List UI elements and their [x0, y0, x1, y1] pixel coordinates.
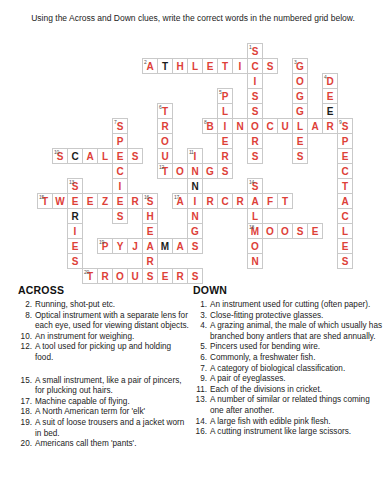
grid-cell-r8c7[interactable]: S	[127, 148, 143, 164]
cell-number: 11	[189, 149, 194, 155]
cell-letter: F	[263, 194, 277, 208]
grid-cell-r14c10[interactable]: A	[172, 238, 188, 254]
cell-number: 9	[339, 119, 341, 125]
cell-letter: R	[98, 269, 112, 283]
grid-cell-r2c16[interactable]: S	[262, 58, 278, 74]
grid-cell-r9c10[interactable]: O	[172, 163, 188, 179]
down-clue-9: 9.A pair of eyeglasses.	[193, 374, 383, 385]
cell-letter: A	[248, 194, 262, 208]
clue-text: Americans call them 'pants'.	[35, 439, 190, 450]
grid-cell-r2c18[interactable]: 3G	[292, 58, 308, 74]
cell-letter: S	[263, 59, 277, 73]
clue-text: Commonly, a freshwater fish.	[210, 353, 383, 364]
grid-cell-r2c10[interactable]: H	[172, 58, 188, 74]
grid-cell-r10c3[interactable]: 13S	[67, 178, 83, 194]
grid-cell-r16c11[interactable]: S	[187, 268, 203, 284]
grid-cell-r12c21[interactable]: C	[337, 208, 353, 224]
grid-cell-r6c20[interactable]: R	[322, 118, 338, 134]
down-clue-list: 1.An instrument used for cutting (often …	[193, 300, 383, 438]
cell-letter: E	[203, 59, 217, 73]
cell-letter: N	[188, 164, 202, 178]
grid-cell-r16c8[interactable]: S	[142, 268, 158, 284]
grid-cell-r11c10[interactable]: 17A	[172, 193, 188, 209]
cell-letter: C	[113, 164, 127, 178]
cell-letter: T	[338, 179, 352, 193]
cell-letter: E	[83, 194, 97, 208]
cell-letter: I	[188, 194, 202, 208]
cell-letter: S	[68, 254, 82, 268]
grid-cell-r9c11[interactable]: N	[187, 163, 203, 179]
cell-letter: R	[158, 119, 172, 133]
grid-cell-r6c16[interactable]: C	[262, 118, 278, 134]
grid-cell-r4c13[interactable]: 5P	[217, 88, 233, 104]
clue-number: 19.	[18, 418, 35, 439]
clue-number: 9.	[193, 374, 210, 385]
cell-letter: E	[323, 89, 337, 103]
grid-cell-r14c15[interactable]: O	[247, 238, 263, 254]
cell-letter: G	[203, 164, 217, 178]
clue-number: 2.	[18, 300, 35, 311]
grid-cell-r11c8[interactable]: 16S	[142, 193, 158, 209]
clue-text: A suit of loose trousers and a jacket wo…	[35, 418, 190, 439]
cell-number: 19	[99, 239, 104, 245]
grid-cell-r12c6[interactable]: S	[112, 208, 128, 224]
cell-letter: E	[323, 104, 337, 118]
cell-letter: I	[233, 59, 247, 73]
cell-letter: C	[338, 209, 352, 223]
cell-letter: E	[338, 239, 352, 253]
clue-number: 3.	[193, 311, 210, 322]
cell-letter: E	[113, 149, 127, 163]
clue-text: Each of the divisions in cricket.	[210, 385, 383, 396]
grid-cell-r7c15[interactable]: R	[247, 133, 263, 149]
cell-letter: O	[278, 224, 292, 238]
down-clue-11: 11.Each of the divisions in cricket.	[193, 385, 383, 396]
clue-number: 6.	[193, 353, 210, 364]
down-clue-1: 1.An instrument used for cutting (often …	[193, 300, 383, 311]
cell-letter: Y	[113, 239, 127, 253]
grid-cell-r2c11[interactable]: L	[187, 58, 203, 74]
grid-cell-r11c15[interactable]: A	[247, 193, 263, 209]
grid-cell-r11c12[interactable]: R	[202, 193, 218, 209]
across-clue-17: 17.Machine capable of flying.	[18, 397, 190, 408]
grid-cell-r16c9[interactable]: E	[157, 268, 173, 284]
grid-cell-r12c3[interactable]: R	[67, 208, 83, 224]
grid-cell-r11c2[interactable]: W	[52, 193, 68, 209]
down-clue-3: 3.Close-fitting protective glasses.	[193, 311, 383, 322]
grid-cell-r3c15[interactable]: I	[247, 73, 263, 89]
grid-cell-r3c20[interactable]: 4D	[322, 73, 338, 89]
grid-cell-r2c15[interactable]: C	[247, 58, 263, 74]
clue-text: A number of similar or related things co…	[210, 395, 383, 416]
grid-cell-r9c13[interactable]: S	[217, 163, 233, 179]
grid-cell-r15c3[interactable]: S	[67, 253, 83, 269]
cell-letter: N	[188, 179, 202, 193]
grid-cell-r14c5[interactable]: 19P	[97, 238, 113, 254]
clue-number: 20.	[18, 439, 35, 450]
grid-cell-r14c8[interactable]: A	[142, 238, 158, 254]
cell-letter: S	[248, 149, 262, 163]
across-header: ACROSS	[18, 284, 190, 296]
grid-cell-r7c13[interactable]: E	[217, 133, 233, 149]
across-clue-20: 20.Americans call them 'pants'.	[18, 439, 190, 450]
grid-cell-r11c16[interactable]: F	[262, 193, 278, 209]
cell-letter: O	[113, 269, 127, 283]
down-clue-7: 7.A category of biological classificatio…	[193, 364, 383, 375]
clue-number: 4.	[193, 321, 210, 342]
cell-letter: E	[338, 149, 352, 163]
cell-letter: M	[158, 239, 172, 253]
across-clue-18: 18.A North American term for 'elk'	[18, 407, 190, 418]
grid-cell-r6c14[interactable]: N	[232, 118, 248, 134]
grid-cell-r5c18[interactable]: G	[292, 103, 308, 119]
cell-number: 10	[54, 149, 59, 155]
cell-letter: L	[248, 209, 262, 223]
grid-cell-r9c9[interactable]: 12T	[157, 163, 173, 179]
grid-cell-r16c7[interactable]: U	[127, 268, 143, 284]
cell-letter: E	[143, 224, 157, 238]
cell-letter: O	[263, 224, 277, 238]
grid-cell-r9c21[interactable]: C	[337, 163, 353, 179]
cell-letter: E	[158, 269, 172, 283]
grid-cell-r11c7[interactable]: R	[127, 193, 143, 209]
cell-letter: R	[203, 194, 217, 208]
cell-letter: T	[278, 194, 292, 208]
down-clue-14: 14.A large fish with edible pink flesh.	[193, 417, 383, 428]
grid-cell-r10c21[interactable]: T	[337, 178, 353, 194]
cell-letter: L	[293, 119, 307, 133]
across-clue-19: 19.A suit of loose trousers and a jacket…	[18, 418, 190, 439]
grid-cell-r13c17[interactable]: O	[277, 223, 293, 239]
cell-letter: G	[188, 224, 202, 238]
cell-letter: P	[338, 134, 352, 148]
cell-letter: E	[218, 134, 232, 148]
cell-letter: Z	[98, 194, 112, 208]
cell-letter: A	[338, 194, 352, 208]
grid-cell-r8c18[interactable]: S	[292, 148, 308, 164]
grid-cell-r14c9[interactable]: M	[157, 238, 173, 254]
grid-cell-r6c6[interactable]: 7S	[112, 118, 128, 134]
grid-cell-r14c11[interactable]: S	[187, 238, 203, 254]
clue-number: 14.	[193, 417, 210, 428]
grid-cell-r5c15[interactable]: S	[247, 103, 263, 119]
clue-text: A cutting instrument like large scissors…	[210, 427, 383, 438]
grid-cell-r2c13[interactable]: T	[217, 58, 233, 74]
clue-text: A pair of eyeglasses.	[210, 374, 383, 385]
grid-cell-r14c6[interactable]: Y	[112, 238, 128, 254]
cell-letter: U	[128, 269, 142, 283]
grid-cell-r16c6[interactable]: O	[112, 268, 128, 284]
grid-cell-r11c17[interactable]: T	[277, 193, 293, 209]
instructions-title: Using the Across and Down clues, write t…	[0, 13, 386, 23]
down-clue-4: 4.A grazing animal, the male of which us…	[193, 321, 383, 342]
clue-text: A small instrument, like a pair of pince…	[35, 376, 190, 397]
grid-cell-r15c8[interactable]: R	[142, 253, 158, 269]
cell-number: 5	[219, 89, 221, 95]
grid-cell-r6c15[interactable]: O	[247, 118, 263, 134]
cell-letter: R	[68, 209, 82, 223]
grid-cell-r12c11[interactable]: N	[187, 208, 203, 224]
grid-cell-r3c18[interactable]: O	[292, 73, 308, 89]
cell-letter: C	[248, 59, 262, 73]
grid-cell-r5c9[interactable]: 6T	[157, 103, 173, 119]
cell-number: 6	[159, 104, 161, 110]
grid-cell-r16c10[interactable]: R	[172, 268, 188, 284]
cell-number: 13	[69, 179, 74, 185]
cell-letter: C	[263, 119, 277, 133]
cell-letter: O	[158, 134, 172, 148]
clue-number: 16.	[193, 427, 210, 438]
crossword-grid: 1S2ATHLETICS3GIO4D5PSGE6TLSGE7SR8BINOCUL…	[37, 43, 352, 283]
cell-letter: E	[293, 134, 307, 148]
cell-letter: O	[293, 74, 307, 88]
clue-text: A tool used for picking up and holding f…	[35, 342, 190, 363]
clue-number: 8.	[18, 311, 35, 332]
across-clue-2: 2.Running, shot-put etc.	[18, 300, 190, 311]
across-clue-8: 8.Optical instrument with a separate len…	[18, 311, 190, 332]
grid-cell-r6c9[interactable]: R	[157, 118, 173, 134]
cell-letter: N	[188, 209, 202, 223]
clue-number: 13.	[193, 395, 210, 416]
cell-letter: J	[128, 239, 142, 253]
grid-cell-r16c4[interactable]: 20T	[82, 268, 98, 284]
grid-cell-r1c15[interactable]: 1S	[247, 43, 263, 59]
grid-cell-r8c11[interactable]: 11I	[187, 148, 203, 164]
grid-cell-r8c13[interactable]: R	[217, 148, 233, 164]
cell-letter: A	[308, 119, 322, 133]
cell-letter: S	[293, 149, 307, 163]
cell-number: 16	[144, 194, 149, 200]
cell-number: 8	[204, 119, 206, 125]
grid-cell-r13c18[interactable]: S	[292, 223, 308, 239]
cell-number: 18	[249, 224, 254, 230]
grid-cell-r11c6[interactable]: E	[112, 193, 128, 209]
cell-letter: G	[293, 104, 307, 118]
cell-number: 7	[114, 119, 116, 125]
grid-cell-r11c3[interactable]: E	[67, 193, 83, 209]
grid-cell-r6c21[interactable]: 9S	[337, 118, 353, 134]
cell-letter: U	[158, 149, 172, 163]
down-clues-section: DOWN 1.An instrument used for cutting (o…	[193, 284, 383, 438]
cell-letter: S	[143, 269, 157, 283]
clue-text: A grazing animal, the male of which usua…	[210, 321, 383, 342]
cell-letter: E	[68, 239, 82, 253]
across-clue-list: 2.Running, shot-put etc.8.Optical instru…	[18, 300, 190, 450]
clue-number: 1.	[193, 300, 210, 311]
grid-cell-r9c6[interactable]: C	[112, 163, 128, 179]
cell-letter: N	[248, 254, 262, 268]
cell-letter: C	[68, 149, 82, 163]
grid-cell-r8c5[interactable]: L	[97, 148, 113, 164]
clue-number: 15.	[18, 376, 35, 397]
cell-letter: P	[113, 134, 127, 148]
grid-cell-r7c18[interactable]: E	[292, 133, 308, 149]
across-clues-section: ACROSS 2.Running, shot-put etc.8.Optical…	[18, 284, 190, 450]
cell-letter: E	[308, 224, 322, 238]
down-clue-16: 16.A cutting instrument like large sciss…	[193, 427, 383, 438]
grid-cell-r13c15[interactable]: 18M	[247, 223, 263, 239]
grid-cell-r4c18[interactable]: G	[292, 88, 308, 104]
grid-cell-r2c8[interactable]: 2A	[142, 58, 158, 74]
cell-letter: I	[248, 74, 262, 88]
cell-letter: L	[338, 224, 352, 238]
cell-letter: S	[248, 104, 262, 118]
grid-cell-r15c21[interactable]: S	[337, 253, 353, 269]
cell-letter: U	[278, 119, 292, 133]
cell-number: 14	[249, 179, 254, 185]
cell-letter: T	[158, 59, 172, 73]
grid-cell-r7c6[interactable]: P	[112, 133, 128, 149]
clue-text: An instrument used for cutting (often pa…	[210, 300, 383, 311]
clue-text: A category of biological classification.	[210, 364, 383, 375]
grid-cell-r2c9[interactable]: T	[157, 58, 173, 74]
grid-cell-r11c11[interactable]: I	[187, 193, 203, 209]
cell-number: 3	[294, 59, 296, 65]
clue-number: 18.	[18, 407, 35, 418]
clue-text: Machine capable of flying.	[35, 397, 190, 408]
cell-letter: W	[53, 194, 67, 208]
cell-letter: S	[293, 224, 307, 238]
cell-number: 20	[84, 269, 89, 275]
cell-letter: I	[218, 119, 232, 133]
down-clue-5: 5.Pincers used for bending wire.	[193, 342, 383, 353]
grid-cell-r16c5[interactable]: R	[97, 268, 113, 284]
grid-cell-r14c21[interactable]: E	[337, 238, 353, 254]
down-header: DOWN	[193, 284, 383, 296]
grid-cell-r6c17[interactable]: U	[277, 118, 293, 134]
grid-cell-r8c9[interactable]: U	[157, 148, 173, 164]
cell-letter: S	[188, 269, 202, 283]
clue-number: 12.	[18, 342, 35, 363]
cell-letter: R	[323, 119, 337, 133]
clue-text: Close-fitting protective glasses.	[210, 311, 383, 322]
grid-cell-r11c13[interactable]: C	[217, 193, 233, 209]
cell-letter: R	[233, 194, 247, 208]
cell-number: 15	[39, 194, 44, 200]
grid-cell-r8c4[interactable]: A	[82, 148, 98, 164]
clue-number: 10.	[18, 332, 35, 343]
cell-letter: R	[248, 134, 262, 148]
grid-cell-r11c21[interactable]: A	[337, 193, 353, 209]
grid-cell-r2c12[interactable]: E	[202, 58, 218, 74]
grid-cell-r13c19[interactable]: E	[307, 223, 323, 239]
cell-letter: S	[248, 89, 262, 103]
cell-letter: R	[128, 194, 142, 208]
grid-cell-r10c11[interactable]: N	[187, 178, 203, 194]
grid-cell-r14c3[interactable]: E	[67, 238, 83, 254]
grid-cell-r8c3[interactable]: C	[67, 148, 83, 164]
grid-cell-r13c3[interactable]: I	[67, 223, 83, 239]
grid-cell-r13c11[interactable]: G	[187, 223, 203, 239]
cell-letter: S	[218, 164, 232, 178]
grid-cell-r2c14[interactable]: I	[232, 58, 248, 74]
cell-number: 2	[144, 59, 146, 65]
grid-cell-r14c7[interactable]: J	[127, 238, 143, 254]
grid-cell-r12c15[interactable]: L	[247, 208, 263, 224]
grid-cell-r8c15[interactable]: S	[247, 148, 263, 164]
clue-number: 7.	[193, 364, 210, 375]
cell-letter: S	[113, 209, 127, 223]
cell-letter: S	[188, 239, 202, 253]
cell-letter: G	[293, 89, 307, 103]
grid-cell-r6c13[interactable]: I	[217, 118, 233, 134]
cell-letter: R	[173, 269, 187, 283]
cell-letter: L	[188, 59, 202, 73]
grid-cell-r6c12[interactable]: 8B	[202, 118, 218, 134]
cell-letter: A	[83, 149, 97, 163]
cell-letter: O	[173, 164, 187, 178]
grid-cell-r5c13[interactable]: L	[217, 103, 233, 119]
cell-number: 12	[159, 164, 164, 170]
grid-cell-r4c20[interactable]: E	[322, 88, 338, 104]
grid-cell-r13c16[interactable]: O	[262, 223, 278, 239]
cell-letter: C	[218, 194, 232, 208]
clue-text: Optical instrument with a separate lens …	[35, 311, 190, 332]
grid-cell-r6c18[interactable]: L	[292, 118, 308, 134]
cell-number: 4	[324, 74, 326, 80]
clue-number: 17.	[18, 397, 35, 408]
grid-cell-r8c2[interactable]: 10S	[52, 148, 68, 164]
cell-letter: L	[218, 104, 232, 118]
grid-cell-r5c20[interactable]: E	[322, 103, 338, 119]
cell-letter: S	[338, 254, 352, 268]
cell-letter: R	[218, 149, 232, 163]
grid-cell-r8c21[interactable]: E	[337, 148, 353, 164]
cell-letter: N	[233, 119, 247, 133]
grid-cell-r11c14[interactable]: R	[232, 193, 248, 209]
grid-cell-r4c15[interactable]: S	[247, 88, 263, 104]
clue-text: A North American term for 'elk'	[35, 407, 190, 418]
clue-text: Running, shot-put etc.	[35, 300, 190, 311]
grid-cell-r9c12[interactable]: G	[202, 163, 218, 179]
clue-number: 11.	[193, 385, 210, 396]
grid-cell-r6c19[interactable]: A	[307, 118, 323, 134]
cell-letter: A	[143, 239, 157, 253]
cell-letter: S	[128, 149, 142, 163]
cell-letter: I	[113, 179, 127, 193]
grid-cell-r10c15[interactable]: 14S	[247, 178, 263, 194]
grid-cell-r11c5[interactable]: Z	[97, 193, 113, 209]
grid-cell-r11c1[interactable]: 15T	[37, 193, 53, 209]
down-clue-13: 13.A number of similar or related things…	[193, 395, 383, 416]
cell-letter: O	[248, 239, 262, 253]
cell-letter: T	[218, 59, 232, 73]
grid-cell-r7c9[interactable]: O	[157, 133, 173, 149]
clue-number: 5.	[193, 342, 210, 353]
grid-cell-r13c8[interactable]: E	[142, 223, 158, 239]
cell-number: 17	[174, 194, 179, 200]
cell-letter: I	[68, 224, 82, 238]
across-clue-15: 15.A small instrument, like a pair of pi…	[18, 376, 190, 397]
cell-letter: O	[248, 119, 262, 133]
clue-text: A large fish with edible pink flesh.	[210, 417, 383, 428]
grid-cell-r8c6[interactable]: E	[112, 148, 128, 164]
across-clue-12: 12.A tool used for picking up and holdin…	[18, 342, 190, 363]
grid-cell-r13c21[interactable]: L	[337, 223, 353, 239]
grid-cell-r11c4[interactable]: E	[82, 193, 98, 209]
clue-text: Pincers used for bending wire.	[210, 342, 383, 353]
cell-letter: R	[143, 254, 157, 268]
grid-cell-r7c21[interactable]: P	[337, 133, 353, 149]
cell-number: 1	[249, 44, 251, 50]
grid-cell-r10c6[interactable]: I	[112, 178, 128, 194]
grid-cell-r15c15[interactable]: N	[247, 253, 263, 269]
clue-text: An instrument for weighing.	[35, 332, 190, 343]
cell-letter: L	[98, 149, 112, 163]
cell-letter: C	[338, 164, 352, 178]
down-clue-6: 6.Commonly, a freshwater fish.	[193, 353, 383, 364]
grid-cell-r12c8[interactable]: H	[142, 208, 158, 224]
